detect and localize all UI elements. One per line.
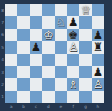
square-c8[interactable] [30, 4, 42, 16]
file-label-a: a [5, 103, 17, 110]
square-f4[interactable] [67, 54, 79, 66]
square-f7[interactable]: ♟ [67, 16, 79, 28]
file-coordinates: abcdefgh [5, 103, 104, 110]
square-f2[interactable]: ♗ [67, 78, 79, 90]
square-d8[interactable] [42, 4, 54, 16]
square-c3[interactable] [30, 66, 42, 78]
square-d4[interactable] [42, 54, 54, 66]
square-b5[interactable] [17, 41, 29, 53]
square-e2[interactable] [55, 78, 67, 90]
file-label-e: e [55, 103, 67, 110]
black-pawn[interactable]: ♟ [30, 41, 42, 53]
square-b6[interactable] [17, 29, 29, 41]
file-label-h: h [92, 103, 104, 110]
square-a3[interactable] [5, 66, 17, 78]
file-label-d: d [42, 103, 54, 110]
square-h1[interactable] [92, 91, 104, 103]
square-a1[interactable] [5, 91, 17, 103]
square-d3[interactable] [42, 66, 54, 78]
square-g1[interactable] [79, 91, 91, 103]
square-a5[interactable] [5, 41, 17, 53]
file-label-c: c [30, 103, 42, 110]
square-g2[interactable] [79, 78, 91, 90]
white-knight[interactable]: ♘ [55, 16, 67, 28]
square-e4[interactable] [55, 54, 67, 66]
square-a2[interactable] [5, 78, 17, 90]
square-d6[interactable]: ♔ [42, 29, 54, 41]
square-b2[interactable] [17, 78, 29, 90]
square-d1[interactable] [42, 91, 54, 103]
square-c1[interactable] [30, 91, 42, 103]
chess-board[interactable]: ♕♘♟♔♚♟♟♙♜♟♗♙ [5, 4, 104, 103]
black-rook[interactable]: ♜ [92, 41, 104, 53]
white-queen[interactable]: ♕ [79, 4, 91, 16]
square-e5[interactable] [55, 41, 67, 53]
square-c7[interactable] [30, 16, 42, 28]
square-g7[interactable] [79, 16, 91, 28]
square-a8[interactable] [5, 4, 17, 16]
white-bishop[interactable]: ♗ [67, 78, 79, 90]
file-label-f: f [67, 103, 79, 110]
square-e7[interactable]: ♘ [55, 16, 67, 28]
square-e1[interactable] [55, 91, 67, 103]
square-d5[interactable] [42, 41, 54, 53]
square-b4[interactable] [17, 54, 29, 66]
square-f5[interactable]: ♙ [67, 41, 79, 53]
square-h2[interactable]: ♙ [92, 78, 104, 90]
square-f1[interactable] [67, 91, 79, 103]
square-a6[interactable] [5, 29, 17, 41]
square-e6[interactable] [55, 29, 67, 41]
file-label-g: g [79, 103, 91, 110]
square-c2[interactable] [30, 78, 42, 90]
square-c4[interactable] [30, 54, 42, 66]
square-b1[interactable] [17, 91, 29, 103]
white-pawn[interactable]: ♙ [92, 78, 104, 90]
square-g8[interactable]: ♕ [79, 4, 91, 16]
white-pawn[interactable]: ♙ [67, 41, 79, 53]
square-b7[interactable] [17, 16, 29, 28]
square-b3[interactable] [17, 66, 29, 78]
square-h5[interactable]: ♜ [92, 41, 104, 53]
square-c5[interactable]: ♟ [30, 41, 42, 53]
square-b8[interactable] [17, 4, 29, 16]
file-label-b: b [17, 103, 29, 110]
white-king[interactable]: ♔ [42, 29, 54, 41]
square-g3[interactable] [79, 66, 91, 78]
square-a7[interactable] [5, 16, 17, 28]
chess-board-frame: 87654321 ♕♘♟♔♚♟♟♙♜♟♗♙ abcdefgh [0, 0, 112, 111]
square-d2[interactable] [42, 78, 54, 90]
square-a4[interactable] [5, 54, 17, 66]
square-e3[interactable] [55, 66, 67, 78]
black-pawn[interactable]: ♟ [67, 16, 79, 28]
square-g6[interactable] [79, 29, 91, 41]
square-h8[interactable] [92, 4, 104, 16]
square-g4[interactable] [79, 54, 91, 66]
square-d7[interactable] [42, 16, 54, 28]
square-h7[interactable] [92, 16, 104, 28]
square-g5[interactable] [79, 41, 91, 53]
